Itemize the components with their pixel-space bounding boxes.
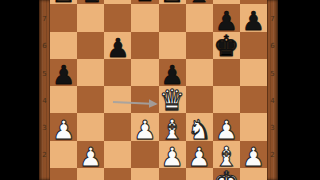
- piece-g6-black-king[interactable]: ♚: [213, 32, 240, 59]
- black-queen-icon: ♛: [132, 0, 158, 6]
- white-pawn-icon: ♟: [242, 144, 265, 170]
- rank-label-7-right: 7: [267, 15, 278, 23]
- square-a7[interactable]: [50, 4, 77, 31]
- rank-label-3-right: 3: [267, 124, 278, 132]
- square-f6[interactable]: [186, 32, 213, 59]
- square-c5[interactable]: [104, 59, 131, 86]
- black-king-icon: ♚: [213, 32, 239, 61]
- white-pawn-icon: ♟: [133, 117, 156, 143]
- square-c1[interactable]: [104, 168, 131, 180]
- square-d6[interactable]: [131, 32, 158, 59]
- white-bishop-icon: ♝: [160, 116, 184, 143]
- square-g4[interactable]: [213, 86, 240, 113]
- video-frame: ♜♞♛♜♝♟♟♟♚♟♟♛♟♟♝♞♟♟♟♟♝♟♚ 776655443322: [0, 0, 320, 180]
- rank-label-2-right: 2: [267, 151, 278, 159]
- piece-e4-white-queen[interactable]: ♛: [159, 86, 186, 113]
- square-e6[interactable]: [159, 32, 186, 59]
- piece-c6-black-pawn[interactable]: ♟: [104, 32, 131, 59]
- square-b7[interactable]: [77, 4, 104, 31]
- black-pawn-icon: ♟: [106, 35, 129, 61]
- square-d2[interactable]: [131, 141, 158, 168]
- square-h4[interactable]: [240, 86, 267, 113]
- square-b4[interactable]: [77, 86, 104, 113]
- rank-label-6-right: 6: [267, 42, 278, 50]
- square-h5[interactable]: [240, 59, 267, 86]
- square-h3[interactable]: [240, 113, 267, 140]
- piece-f2-white-pawn[interactable]: ♟: [186, 141, 213, 168]
- square-b5[interactable]: [77, 59, 104, 86]
- piece-f8-black-bishop[interactable]: ♝: [186, 0, 213, 4]
- piece-a5-black-pawn[interactable]: ♟: [50, 59, 77, 86]
- rank-label-2-left: 2: [39, 151, 50, 159]
- rank-label-3-left: 3: [39, 124, 50, 132]
- piece-h7-black-pawn[interactable]: ♟: [240, 4, 267, 31]
- square-d4[interactable]: [131, 86, 158, 113]
- square-c7[interactable]: [104, 4, 131, 31]
- square-f4[interactable]: [186, 86, 213, 113]
- square-a4[interactable]: [50, 86, 77, 113]
- square-a1[interactable]: [50, 168, 77, 180]
- piece-b2-white-pawn[interactable]: ♟: [77, 141, 104, 168]
- black-pawn-icon: ♟: [52, 62, 75, 88]
- square-b6[interactable]: [77, 32, 104, 59]
- square-d1[interactable]: [131, 168, 158, 180]
- black-rook-icon: ♜: [160, 0, 184, 6]
- square-c2[interactable]: [104, 141, 131, 168]
- white-pawn-icon: ♟: [52, 117, 75, 143]
- piece-g3-white-pawn[interactable]: ♟: [213, 114, 240, 141]
- square-b3[interactable]: [77, 113, 104, 140]
- piece-e2-white-pawn[interactable]: ♟: [159, 141, 186, 168]
- white-pawn-icon: ♟: [79, 144, 102, 170]
- piece-h2-white-pawn[interactable]: ♟: [240, 141, 267, 168]
- piece-a3-white-pawn[interactable]: ♟: [50, 114, 77, 141]
- square-a6[interactable]: [50, 32, 77, 59]
- chess-board[interactable]: ♜♞♛♜♝♟♟♟♚♟♟♛♟♟♝♞♟♟♟♟♝♟♚: [50, 0, 267, 180]
- white-king-icon: ♚: [213, 168, 239, 180]
- white-pawn-icon: ♟: [160, 144, 183, 170]
- piece-d3-white-pawn[interactable]: ♟: [131, 114, 158, 141]
- piece-e8-black-rook[interactable]: ♜: [159, 0, 186, 4]
- rank-label-6-left: 6: [39, 42, 50, 50]
- white-knight-icon: ♞: [187, 116, 211, 143]
- square-h6[interactable]: [240, 32, 267, 59]
- piece-g7-black-pawn[interactable]: ♟: [213, 4, 240, 31]
- square-c3[interactable]: [104, 113, 131, 140]
- square-d7[interactable]: [131, 4, 158, 31]
- white-pawn-icon: ♟: [188, 144, 211, 170]
- square-e7[interactable]: [159, 4, 186, 31]
- black-knight-icon: ♞: [79, 0, 103, 6]
- rank-label-5-right: 5: [267, 70, 278, 78]
- piece-b8-black-knight[interactable]: ♞: [77, 0, 104, 4]
- rank-label-4-left: 4: [39, 97, 50, 105]
- square-f7[interactable]: [186, 4, 213, 31]
- piece-f3-white-knight[interactable]: ♞: [186, 114, 213, 141]
- square-c4[interactable]: [104, 86, 131, 113]
- square-a2[interactable]: [50, 141, 77, 168]
- white-queen-icon: ♛: [159, 86, 185, 115]
- square-g5[interactable]: [213, 59, 240, 86]
- square-d5[interactable]: [131, 59, 158, 86]
- black-bishop-icon: ♝: [187, 0, 211, 6]
- white-pawn-icon: ♟: [215, 117, 238, 143]
- piece-a8-black-rook[interactable]: ♜: [50, 0, 77, 4]
- piece-d8-black-queen[interactable]: ♛: [131, 0, 158, 4]
- piece-g1-white-king[interactable]: ♚: [213, 168, 240, 180]
- black-rook-icon: ♜: [51, 0, 75, 6]
- rank-label-7-left: 7: [39, 15, 50, 23]
- square-f5[interactable]: [186, 59, 213, 86]
- piece-e3-white-bishop[interactable]: ♝: [159, 114, 186, 141]
- black-pawn-icon: ♟: [242, 8, 265, 34]
- rank-label-5-left: 5: [39, 70, 50, 78]
- piece-e5-black-pawn[interactable]: ♟: [159, 59, 186, 86]
- rank-label-4-right: 4: [267, 97, 278, 105]
- piece-g2-white-bishop[interactable]: ♝: [213, 141, 240, 168]
